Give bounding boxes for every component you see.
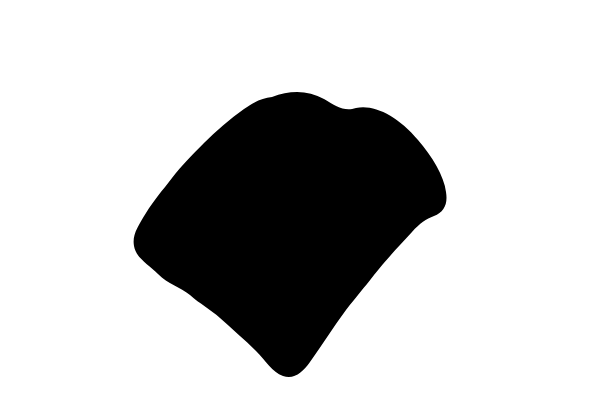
mold-tray-surface bbox=[134, 92, 447, 377]
product-photo bbox=[0, 0, 592, 395]
chocolate-mold-scene bbox=[0, 0, 592, 395]
